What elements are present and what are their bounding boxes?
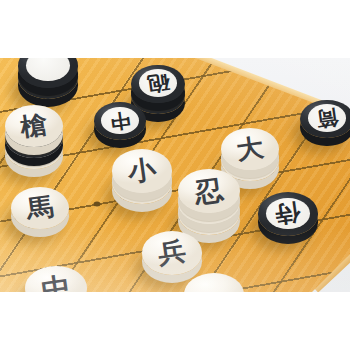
disc-white: 忍 bbox=[178, 169, 240, 214]
disc-white: 中 bbox=[25, 266, 87, 292]
piece-label-sticker: 砲 bbox=[139, 69, 178, 97]
disc-black: 筒 bbox=[300, 100, 350, 139]
kanji-label: 槍 bbox=[3, 103, 66, 149]
kanji-label: 馬 bbox=[9, 185, 72, 231]
disc-white bbox=[184, 273, 244, 292]
kanji-label: 兵 bbox=[140, 229, 205, 277]
piece-label-sticker: 侍 bbox=[266, 198, 309, 229]
kanji-label: 中 bbox=[22, 263, 89, 292]
disc-white: 大 bbox=[221, 128, 279, 170]
kanji-label: 侍 bbox=[265, 196, 312, 230]
kanji-label: 大 bbox=[219, 126, 282, 172]
disc-black: 侍 bbox=[258, 192, 318, 235]
kanji-label: 筒 bbox=[306, 103, 348, 134]
piece-label-sticker bbox=[26, 58, 69, 81]
disc-white: 槍 bbox=[5, 105, 63, 147]
board-photo: 砲中槍小忍大筒馬侍兵中 bbox=[0, 58, 350, 292]
piece-label-sticker: 中 bbox=[101, 107, 138, 134]
disc-black: 砲 bbox=[131, 65, 185, 104]
disc-white: 馬 bbox=[11, 187, 69, 229]
kanji-label: 忍 bbox=[175, 166, 242, 215]
pieces-layer: 砲中槍小忍大筒馬侍兵中 bbox=[0, 58, 350, 292]
kanji-label: 砲 bbox=[137, 68, 179, 99]
disc-black: 中 bbox=[94, 102, 146, 139]
kanji-label: 中 bbox=[100, 105, 141, 135]
disc-white: 小 bbox=[112, 149, 172, 192]
piece-label-sticker: 筒 bbox=[308, 104, 347, 132]
disc-white: 兵 bbox=[142, 231, 202, 274]
